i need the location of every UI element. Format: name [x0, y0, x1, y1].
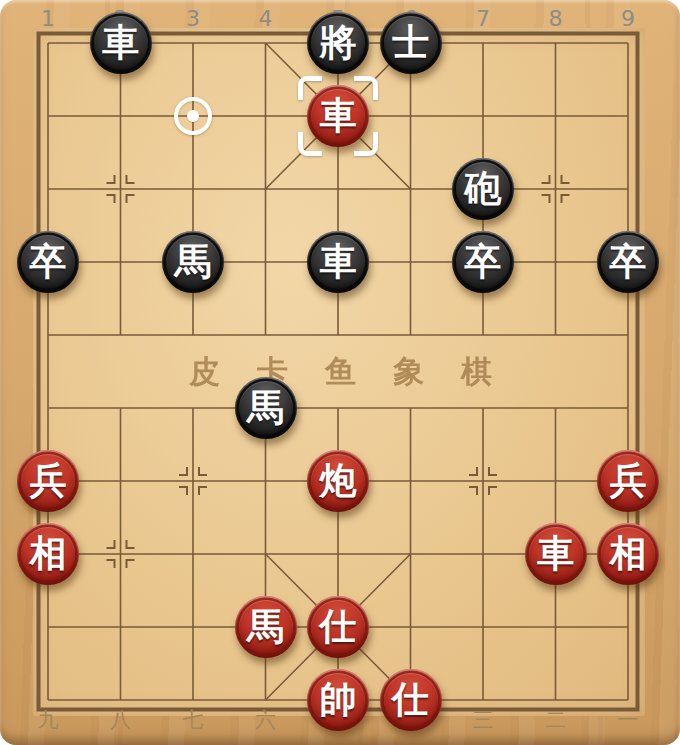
piece-glyph: 馬: [247, 389, 284, 426]
piece-red-chariot[interactable]: 車: [525, 523, 587, 585]
piece-glyph: 卒: [465, 243, 502, 280]
piece-red-chariot[interactable]: 車: [307, 85, 369, 147]
piece-red-cannon[interactable]: 炮: [307, 450, 369, 512]
piece-glyph: 帥: [320, 681, 357, 718]
piece-black-advisor[interactable]: 士: [380, 12, 442, 74]
piece-black-horse[interactable]: 馬: [235, 377, 297, 439]
piece-black-general[interactable]: 將: [307, 12, 369, 74]
last-move-origin-marker: [174, 97, 212, 135]
piece-red-general[interactable]: 帥: [307, 669, 369, 731]
piece-red-soldier[interactable]: 兵: [597, 450, 659, 512]
piece-glyph: 馬: [247, 608, 284, 645]
piece-glyph: 相: [610, 535, 647, 572]
piece-glyph: 卒: [30, 243, 67, 280]
piece-glyph: 士: [392, 24, 429, 61]
piece-glyph: 仕: [392, 681, 429, 718]
piece-red-soldier[interactable]: 兵: [17, 450, 79, 512]
piece-glyph: 砲: [465, 170, 502, 207]
piece-glyph: 炮: [320, 462, 357, 499]
piece-black-soldier[interactable]: 卒: [17, 231, 79, 293]
piece-glyph: 兵: [30, 462, 67, 499]
piece-glyph: 車: [102, 24, 139, 61]
piece-red-advisor[interactable]: 仕: [307, 596, 369, 658]
piece-glyph: 卒: [610, 243, 647, 280]
piece-black-chariot[interactable]: 車: [90, 12, 152, 74]
piece-glyph: 將: [320, 24, 357, 61]
xiangqi-board: 1 2 3 4 5 6 7 8 9 皮卡鱼象棋 車將士車砲卒馬車卒卒馬兵炮兵相車…: [0, 0, 680, 745]
piece-glyph: 仕: [320, 608, 357, 645]
piece-black-horse[interactable]: 馬: [162, 231, 224, 293]
piece-glyph: 車: [320, 97, 357, 134]
piece-glyph: 相: [30, 535, 67, 572]
piece-glyph: 馬: [175, 243, 212, 280]
piece-red-elephant[interactable]: 相: [597, 523, 659, 585]
piece-black-soldier[interactable]: 卒: [597, 231, 659, 293]
piece-red-advisor[interactable]: 仕: [380, 669, 442, 731]
piece-black-chariot[interactable]: 車: [307, 231, 369, 293]
piece-black-cannon[interactable]: 砲: [452, 158, 514, 220]
piece-red-horse[interactable]: 馬: [235, 596, 297, 658]
board-intersection-grid[interactable]: 車將士車砲卒馬車卒卒馬兵炮兵相車相馬仕帥仕: [12, 7, 665, 737]
piece-glyph: 車: [320, 243, 357, 280]
piece-red-elephant[interactable]: 相: [17, 523, 79, 585]
piece-glyph: 兵: [610, 462, 647, 499]
piece-glyph: 車: [537, 535, 574, 572]
piece-black-soldier[interactable]: 卒: [452, 231, 514, 293]
